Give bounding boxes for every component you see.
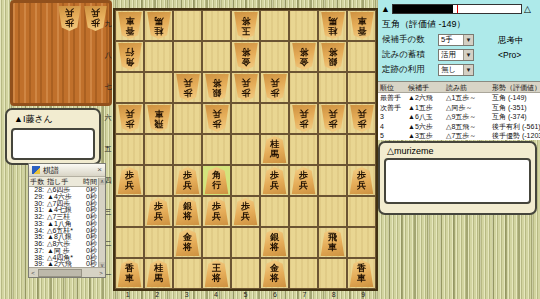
piece-香車: 香車 bbox=[118, 260, 142, 287]
square-75[interactable] bbox=[289, 134, 318, 165]
square-24[interactable] bbox=[144, 165, 173, 196]
square-38[interactable] bbox=[173, 41, 202, 72]
thinking-status: 思考中 bbox=[498, 35, 524, 47]
candidate-moves-table: 順位候補手読み筋形勢（評価値） 最善手▲2六飛△1五歩～互角 (-149)次善手… bbox=[378, 81, 540, 140]
square-58[interactable]: 金将 bbox=[231, 41, 260, 72]
square-94[interactable]: 歩兵 bbox=[347, 165, 376, 196]
piece-金将: 金将 bbox=[292, 43, 316, 70]
square-69[interactable] bbox=[260, 10, 289, 41]
sente-mark-icon: ▲ bbox=[381, 4, 390, 14]
square-19[interactable]: 香車 bbox=[115, 10, 144, 41]
file-labels: 123456789 bbox=[113, 290, 378, 299]
file-label: 3 bbox=[172, 290, 201, 299]
piece-金将: 金将 bbox=[176, 229, 200, 256]
piece-王将: 王将 bbox=[205, 260, 229, 287]
file-label: 7 bbox=[290, 290, 319, 299]
piece-歩兵: 歩兵 bbox=[234, 198, 258, 225]
book-use-dropdown[interactable]: 無し ▼ bbox=[438, 64, 474, 76]
square-48[interactable] bbox=[202, 41, 231, 72]
shogi-app-window: { "game": "shogi", "position": "l2g1k1nl… bbox=[0, 0, 540, 299]
piece-歩兵: 歩兵 bbox=[263, 74, 287, 101]
square-33[interactable]: 銀将 bbox=[173, 196, 202, 227]
square-71[interactable] bbox=[289, 258, 318, 289]
square-13[interactable] bbox=[115, 196, 144, 227]
square-85[interactable] bbox=[318, 134, 347, 165]
square-96[interactable]: 歩兵 bbox=[347, 103, 376, 134]
square-57[interactable]: 歩兵 bbox=[231, 72, 260, 103]
piece-歩兵: 歩兵 bbox=[176, 74, 200, 101]
rank-label: 六 bbox=[103, 102, 113, 133]
analysis-panel: ▲ △ 互角（評価値 -149） 候補手の数 5手 ▼ 読みの蓄積 活用 ▼ 定… bbox=[378, 0, 540, 140]
piece-歩兵: 歩兵 bbox=[176, 167, 200, 194]
square-41[interactable]: 王将 bbox=[202, 258, 231, 289]
piece-桂馬: 桂馬 bbox=[321, 12, 345, 39]
kifu-col-time: 時間 bbox=[82, 177, 98, 186]
candidate-col-header: 読み筋 bbox=[444, 82, 490, 92]
file-label: 5 bbox=[231, 290, 260, 299]
square-55[interactable] bbox=[231, 134, 260, 165]
square-81[interactable] bbox=[318, 258, 347, 289]
square-22[interactable] bbox=[144, 227, 173, 258]
scrollbar-thumb[interactable] bbox=[38, 269, 82, 277]
square-47[interactable]: 銀将 bbox=[202, 72, 231, 103]
sente-komadai: 歩兵歩兵 bbox=[10, 0, 112, 106]
candidate-count-dropdown[interactable]: 5手 ▼ bbox=[438, 34, 474, 46]
square-99[interactable]: 香車 bbox=[347, 10, 376, 41]
piece-歩兵: 歩兵 bbox=[292, 105, 316, 132]
square-63[interactable] bbox=[260, 196, 289, 227]
square-95[interactable] bbox=[347, 134, 376, 165]
square-18[interactable]: 角行 bbox=[115, 41, 144, 72]
candidate-col-header: 候補手 bbox=[406, 82, 444, 92]
option-label: 定跡の利用 bbox=[382, 64, 438, 76]
piece-歩兵: 歩兵 bbox=[263, 167, 287, 194]
scroll-up-icon[interactable]: ∧ bbox=[99, 178, 105, 185]
square-87[interactable] bbox=[318, 72, 347, 103]
gote-name-plate: △murizeme bbox=[378, 141, 537, 215]
square-36[interactable] bbox=[173, 103, 202, 134]
square-28[interactable] bbox=[144, 41, 173, 72]
rank-label: 七 bbox=[103, 71, 113, 102]
evaluation-bar-sente-fill bbox=[393, 5, 453, 13]
square-32[interactable]: 金将 bbox=[173, 227, 202, 258]
scroll-left-icon[interactable]: < bbox=[29, 270, 37, 276]
kifu-col-moveno: 手数 bbox=[29, 177, 44, 186]
square-16[interactable]: 歩兵 bbox=[115, 103, 144, 134]
gote-name: △murizeme bbox=[380, 143, 535, 157]
square-35[interactable] bbox=[173, 134, 202, 165]
chevron-down-icon[interactable]: ▼ bbox=[463, 65, 473, 75]
piece-香車: 香車 bbox=[350, 260, 374, 287]
candidate-row[interactable]: 最善手▲2六飛△1五歩～互角 (-149) bbox=[378, 93, 540, 103]
piece-歩兵: 歩兵 bbox=[118, 167, 142, 194]
candidate-col-header: 順位 bbox=[378, 82, 406, 92]
file-label: 2 bbox=[142, 290, 171, 299]
square-27[interactable] bbox=[144, 72, 173, 103]
sente-name: ▲I藤さん bbox=[7, 110, 99, 127]
piece-飛車: 飛車 bbox=[147, 105, 171, 132]
square-14[interactable]: 歩兵 bbox=[115, 165, 144, 196]
square-74[interactable]: 歩兵 bbox=[289, 165, 318, 196]
square-39[interactable] bbox=[173, 10, 202, 41]
square-54[interactable] bbox=[231, 165, 260, 196]
square-56[interactable] bbox=[231, 103, 260, 134]
square-98[interactable] bbox=[347, 41, 376, 72]
square-52[interactable] bbox=[231, 227, 260, 258]
shogi-board: 香車桂馬玉将桂馬香車角行金将金将銀将歩兵銀将歩兵歩兵歩兵飛車歩兵歩兵歩兵歩兵桂馬… bbox=[113, 8, 378, 291]
close-icon[interactable]: × bbox=[97, 166, 102, 174]
piece-歩兵: 歩兵 bbox=[321, 105, 345, 132]
chevron-down-icon[interactable]: ▼ bbox=[463, 50, 473, 60]
piece-飛車: 飛車 bbox=[321, 229, 345, 256]
square-82[interactable]: 飛車 bbox=[318, 227, 347, 258]
scroll-right-icon[interactable]: > bbox=[97, 270, 105, 276]
file-label: 8 bbox=[319, 290, 348, 299]
piece-桂馬: 桂馬 bbox=[147, 260, 171, 287]
file-label: 9 bbox=[349, 290, 378, 299]
evaluation-text: 互角（評価値 -149） bbox=[382, 18, 466, 31]
square-89[interactable]: 桂馬 bbox=[318, 10, 347, 41]
candidate-row[interactable]: 4▲5六歩△8五飛～後手有利 (-561) bbox=[378, 122, 540, 132]
square-65[interactable]: 桂馬 bbox=[260, 134, 289, 165]
square-26[interactable]: 飛車 bbox=[144, 103, 173, 134]
candidate-table-body: 最善手▲2六飛△1五歩～互角 (-149)次善手▲1五歩△同歩～互角 (-351… bbox=[378, 93, 540, 141]
square-21[interactable]: 桂馬 bbox=[144, 258, 173, 289]
square-53[interactable]: 歩兵 bbox=[231, 196, 260, 227]
square-68[interactable] bbox=[260, 41, 289, 72]
piece-銀将: 銀将 bbox=[205, 74, 229, 101]
kifu-horizontal-scrollbar[interactable]: < > bbox=[29, 267, 105, 277]
piece-桂馬: 桂馬 bbox=[147, 12, 171, 39]
kifu-app-icon bbox=[32, 166, 40, 174]
captured-piece-歩兵[interactable]: 歩兵 bbox=[58, 6, 81, 31]
evaluation-bar-row: ▲ △ bbox=[381, 2, 537, 15]
piece-香車: 香車 bbox=[118, 12, 142, 39]
square-66[interactable] bbox=[260, 103, 289, 134]
square-76[interactable]: 歩兵 bbox=[289, 103, 318, 134]
rank-label: 八 bbox=[103, 39, 113, 70]
piece-桂馬: 桂馬 bbox=[263, 136, 287, 163]
piece-銀将: 銀将 bbox=[176, 198, 200, 225]
square-43[interactable]: 歩兵 bbox=[202, 196, 231, 227]
square-37[interactable]: 歩兵 bbox=[173, 72, 202, 103]
square-91[interactable]: 香車 bbox=[347, 258, 376, 289]
piece-歩兵: 歩兵 bbox=[147, 198, 171, 225]
gote-mark-icon: △ bbox=[524, 4, 531, 14]
square-29[interactable]: 桂馬 bbox=[144, 10, 173, 41]
piece-歩兵: 歩兵 bbox=[350, 167, 374, 194]
piece-角行: 角行 bbox=[118, 43, 142, 70]
square-31[interactable] bbox=[173, 258, 202, 289]
square-34[interactable]: 歩兵 bbox=[173, 165, 202, 196]
option-search-reuse: 読みの蓄積 活用 ▼ bbox=[382, 48, 474, 61]
gote-captured-box bbox=[384, 158, 531, 204]
square-64[interactable]: 歩兵 bbox=[260, 165, 289, 196]
candidate-row[interactable]: 5▲3五歩△7五歩～後手優勢 (-1203) bbox=[378, 131, 540, 141]
kifu-titlebar[interactable]: 棋譜 × bbox=[29, 164, 105, 177]
square-72[interactable] bbox=[289, 227, 318, 258]
dropdown-value: 活用 bbox=[439, 50, 463, 60]
option-label: 候補手の数 bbox=[382, 34, 438, 46]
square-61[interactable]: 金将 bbox=[260, 258, 289, 289]
candidate-row[interactable]: 3▲6八玉△9五歩～互角 (-374) bbox=[378, 112, 540, 122]
square-11[interactable]: 香車 bbox=[115, 258, 144, 289]
candidate-row[interactable]: 次善手▲1五歩△同歩～互角 (-351) bbox=[378, 103, 540, 113]
candidate-table-header: 順位候補手読み筋形勢（評価値） bbox=[378, 82, 540, 93]
piece-歩兵: 歩兵 bbox=[58, 6, 81, 31]
square-44[interactable]: 角行 bbox=[202, 165, 231, 196]
square-92[interactable] bbox=[347, 227, 376, 258]
square-84[interactable] bbox=[318, 165, 347, 196]
evaluation-bar-center-line bbox=[457, 5, 458, 13]
rank-label: 五 bbox=[103, 134, 113, 165]
dropdown-value: 5手 bbox=[439, 35, 463, 45]
piece-歩兵: 歩兵 bbox=[350, 105, 374, 132]
square-86[interactable]: 歩兵 bbox=[318, 103, 347, 134]
square-12[interactable] bbox=[115, 227, 144, 258]
square-42[interactable] bbox=[202, 227, 231, 258]
piece-歩兵: 歩兵 bbox=[205, 105, 229, 132]
square-88[interactable]: 銀将 bbox=[318, 41, 347, 72]
sente-name-plate: ▲I藤さん bbox=[5, 108, 101, 165]
kifu-window: 棋譜 × 手数 指し手 時間 28:△6四歩0秒29:▲4六歩0秒30:△7四歩… bbox=[28, 163, 106, 278]
square-97[interactable] bbox=[347, 72, 376, 103]
kifu-title-text: 棋譜 bbox=[43, 165, 59, 176]
evaluation-bar bbox=[392, 4, 522, 14]
square-49[interactable] bbox=[202, 10, 231, 41]
file-label: 4 bbox=[201, 290, 230, 299]
square-79[interactable] bbox=[289, 10, 318, 41]
option-label: 読みの蓄積 bbox=[382, 49, 438, 61]
piece-歩兵: 歩兵 bbox=[118, 105, 142, 132]
piece-歩兵: 歩兵 bbox=[205, 198, 229, 225]
square-78[interactable]: 金将 bbox=[289, 41, 318, 72]
dropdown-value: 無し bbox=[439, 65, 463, 75]
engine-edition-label: <Pro> bbox=[498, 50, 521, 60]
piece-玉将: 玉将 bbox=[234, 12, 258, 39]
square-17[interactable] bbox=[115, 72, 144, 103]
piece-銀将: 銀将 bbox=[263, 229, 287, 256]
sente-captured-box bbox=[11, 128, 95, 160]
piece-歩兵: 歩兵 bbox=[234, 74, 258, 101]
square-62[interactable]: 銀将 bbox=[260, 227, 289, 258]
search-reuse-dropdown[interactable]: 活用 ▼ bbox=[438, 49, 474, 61]
piece-銀将: 銀将 bbox=[321, 43, 345, 70]
piece-角行: 角行 bbox=[205, 167, 229, 194]
square-51[interactable] bbox=[231, 258, 260, 289]
kifu-move-list: 28:△6四歩0秒29:▲4六歩0秒30:△7四歩0秒31:▲4七銀0秒32:△… bbox=[29, 187, 105, 268]
square-23[interactable]: 歩兵 bbox=[144, 196, 173, 227]
rank-label: 九 bbox=[103, 8, 113, 39]
square-83[interactable] bbox=[318, 196, 347, 227]
square-15[interactable] bbox=[115, 134, 144, 165]
square-67[interactable]: 歩兵 bbox=[260, 72, 289, 103]
square-46[interactable]: 歩兵 bbox=[202, 103, 231, 134]
kifu-col-move: 指し手 bbox=[44, 177, 82, 186]
candidate-col-header: 形勢（評価値） bbox=[490, 82, 540, 92]
chevron-down-icon[interactable]: ▼ bbox=[463, 35, 473, 45]
option-book-use: 定跡の利用 無し ▼ bbox=[382, 63, 474, 76]
piece-歩兵: 歩兵 bbox=[292, 167, 316, 194]
square-77[interactable] bbox=[289, 72, 318, 103]
square-93[interactable] bbox=[347, 196, 376, 227]
piece-金将: 金将 bbox=[234, 43, 258, 70]
square-45[interactable] bbox=[202, 134, 231, 165]
file-label: 1 bbox=[113, 290, 142, 299]
file-label: 6 bbox=[260, 290, 289, 299]
square-59[interactable]: 玉将 bbox=[231, 10, 260, 41]
piece-香車: 香車 bbox=[350, 12, 374, 39]
square-25[interactable] bbox=[144, 134, 173, 165]
kifu-header-row: 手数 指し手 時間 bbox=[29, 177, 105, 187]
kifu-vertical-scrollbar[interactable]: ∧ ∨ bbox=[98, 178, 105, 269]
piece-金将: 金将 bbox=[263, 260, 287, 287]
option-candidate-count: 候補手の数 5手 ▼ bbox=[382, 33, 474, 46]
square-73[interactable] bbox=[289, 196, 318, 227]
